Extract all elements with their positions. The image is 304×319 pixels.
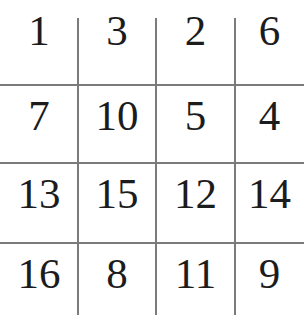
grid-line-vertical-3 — [234, 18, 236, 315]
cell-r2c3[interactable]: 5 — [156, 85, 235, 163]
cell-r3c2[interactable]: 15 — [78, 163, 156, 243]
grid-line-horizontal-2 — [0, 162, 304, 164]
cell-r1c2[interactable]: 3 — [78, 0, 156, 85]
number-grid: 1 3 2 6 7 10 5 4 13 15 12 14 16 8 11 9 — [0, 0, 304, 319]
cell-r3c3[interactable]: 12 — [156, 163, 235, 243]
puzzle-board: 1 3 2 6 7 10 5 4 13 15 12 14 16 8 11 9 — [0, 0, 304, 319]
cell-r4c3[interactable]: 11 — [156, 243, 235, 319]
grid-line-vertical-2 — [155, 18, 157, 315]
cell-r2c2[interactable]: 10 — [78, 85, 156, 163]
cell-r2c1[interactable]: 7 — [0, 85, 78, 163]
cell-r1c3[interactable]: 2 — [156, 0, 235, 85]
grid-line-horizontal-3 — [0, 242, 304, 244]
cell-r2c4[interactable]: 4 — [235, 85, 304, 163]
cell-r4c1[interactable]: 16 — [0, 243, 78, 319]
grid-line-vertical-1 — [77, 18, 79, 315]
cell-r3c4[interactable]: 14 — [235, 163, 304, 243]
cell-r4c4[interactable]: 9 — [235, 243, 304, 319]
cell-r3c1[interactable]: 13 — [0, 163, 78, 243]
cell-r1c1[interactable]: 1 — [0, 0, 78, 85]
cell-r1c4[interactable]: 6 — [235, 0, 304, 85]
cell-r4c2[interactable]: 8 — [78, 243, 156, 319]
grid-line-horizontal-1 — [0, 84, 304, 86]
